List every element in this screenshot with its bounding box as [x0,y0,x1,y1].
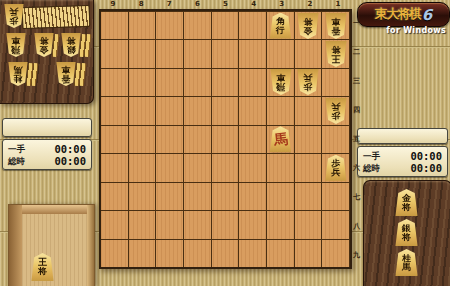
rank-label: 八 [352,211,361,240]
total-time-value: 00:00 [54,155,86,167]
piece-14[interactable]: 歩兵 [325,98,347,124]
total-time-label: 総時 [8,155,25,167]
piece-box-right-wall [87,205,94,286]
piece-box-left-wall [9,205,22,286]
pawn-fan[interactable] [22,5,91,29]
piece-31[interactable]: 角行 [270,13,292,39]
move-time-label: 一手 [363,150,380,162]
rank-label: 五 [352,125,361,154]
sente-hand-tray[interactable]: 金将銀将桂馬 [363,180,450,286]
gote-hand-tray[interactable]: 歩兵飛車金将銀将桂馬香車 [0,0,94,104]
file-label: 4 [240,0,268,9]
gote-hand-piece-桂馬[interactable]: 桂馬 [8,62,28,86]
gote-hand-piece-銀将[interactable]: 銀将 [61,33,81,57]
app-logo: 東大将棋 6 [357,2,450,27]
total-time-label: 総時 [363,162,380,174]
file-labels: 987654321 [99,0,352,9]
file-label: 6 [183,0,211,9]
file-label: 9 [99,0,127,9]
gote-hand-piece-金将[interactable]: 金将 [34,33,54,57]
rank-label: 六 [352,153,361,182]
gote-hand-piece-歩兵[interactable]: 歩兵 [4,4,24,28]
piece-23[interactable]: 歩兵 [297,69,319,95]
rank-label: 七 [352,182,361,211]
piece-box[interactable]: 王将 [8,204,95,286]
move-time-value: 00:00 [54,143,86,155]
rank-label: 四 [352,96,361,125]
sente-hand-piece-金将[interactable]: 金将 [395,189,418,216]
piece-16[interactable]: 歩兵 [325,155,347,181]
rank-labels: 一二三四五六七八九 [352,9,361,269]
piece-35[interactable]: 馬 [270,126,292,152]
file-label: 1 [324,0,352,9]
file-label: 5 [211,0,239,9]
piece-33[interactable]: 飛車 [270,69,292,95]
file-label: 8 [127,0,155,9]
gote-hand-piece-飛車[interactable]: 飛車 [6,33,26,57]
file-label: 3 [268,0,296,9]
move-time-label: 一手 [8,143,25,155]
file-label: 2 [296,0,324,9]
sente-name-field [357,128,448,144]
move-time-value: 00:00 [410,150,442,162]
gote-time-field: 一手 00:00 総時 00:00 [2,139,92,170]
app-window: 歩兵飛車金将銀将桂馬香車 一手 00:00 総時 00:00 王将 987654… [0,0,450,286]
logo-subtitle: for Windows [357,26,446,35]
piece-12[interactable]: 王将 [325,41,347,67]
sente-hand-piece-銀将[interactable]: 銀将 [395,219,418,246]
file-label: 7 [155,0,183,9]
piece-box-floor [22,214,87,286]
piece-11[interactable]: 香車 [325,13,347,39]
rank-label: 一 [352,9,361,38]
piece-box-王将[interactable]: 王将 [31,253,54,281]
total-time-value: 00:00 [410,162,442,174]
logo-version: 6 [422,6,432,24]
piece-21[interactable]: 金将 [297,13,319,39]
rank-label: 三 [352,67,361,96]
sente-time-field: 一手 00:00 総時 00:00 [357,146,448,177]
logo-title: 東大将棋 [375,6,421,23]
gote-hand-piece-香車[interactable]: 香車 [56,62,76,86]
sente-hand-piece-桂馬[interactable]: 桂馬 [395,249,418,276]
shogi-board[interactable]: 角行金将香車王将飛車歩兵歩兵馬歩兵 [99,9,352,269]
gote-clock-panel: 一手 00:00 総時 00:00 [2,118,92,170]
sente-clock-panel: 一手 00:00 総時 00:00 [357,128,448,177]
rank-label: 九 [352,240,361,269]
rank-label: 二 [352,38,361,67]
gote-name-field [2,118,92,137]
